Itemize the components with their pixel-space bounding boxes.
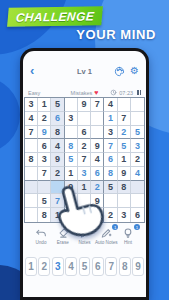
auto-notes-label: Auto Notes xyxy=(95,240,118,245)
sudoku-cell-r2c5[interactable] xyxy=(78,112,91,126)
timer-value: 07:23 xyxy=(119,90,133,96)
key-5[interactable]: 5 xyxy=(79,257,91,276)
sudoku-cell-r5c9[interactable]: 2 xyxy=(131,153,144,167)
phone-frame: ‹ Lv 1 ⚙ Easy Mistakes ♥ xyxy=(20,48,149,300)
game-header: ‹ Lv 1 ⚙ xyxy=(23,62,146,80)
hint-badge: 1 xyxy=(134,224,140,230)
sudoku-cell-r8c8[interactable] xyxy=(118,194,131,208)
sudoku-cell-r2c8[interactable]: 7 xyxy=(118,112,131,126)
sudoku-cell-r1c7[interactable]: 4 xyxy=(104,98,117,112)
sudoku-cell-r3c2[interactable]: 9 xyxy=(38,126,51,140)
sudoku-cell-r2c4[interactable]: 3 xyxy=(65,112,78,126)
sudoku-cell-r1c9[interactable] xyxy=(131,98,144,112)
theme-palette-icon[interactable] xyxy=(114,66,125,77)
mistakes-label: Mistakes xyxy=(71,90,93,96)
sudoku-cell-r5c4[interactable]: 5 xyxy=(65,153,78,167)
hint-button[interactable]: 1 Hint xyxy=(118,227,138,253)
sudoku-cell-r2c9[interactable] xyxy=(131,112,144,126)
settings-gear-icon[interactable]: ⚙ xyxy=(130,66,139,76)
undo-button[interactable]: Undo xyxy=(31,227,51,253)
sudoku-cell-r5c7[interactable]: 6 xyxy=(104,153,117,167)
your-mind-text: YOUR MIND xyxy=(76,27,156,42)
status-bar: Easy Mistakes ♥ 07:23 xyxy=(28,88,141,97)
sudoku-cell-r2c3[interactable]: 6 xyxy=(51,112,64,126)
sudoku-cell-r3c7[interactable]: 3 xyxy=(104,126,117,140)
sudoku-cell-r2c7[interactable]: 1 xyxy=(104,112,117,126)
undo-label: Undo xyxy=(36,240,47,245)
sudoku-cell-r4c9[interactable]: 3 xyxy=(131,139,144,153)
key-1[interactable]: 1 xyxy=(25,257,37,276)
undo-icon xyxy=(35,227,47,239)
sudoku-cell-r6c1[interactable] xyxy=(25,167,38,181)
sudoku-cell-r9c8[interactable]: 3 xyxy=(118,208,131,222)
sudoku-cell-r5c6[interactable]: 4 xyxy=(91,153,104,167)
key-6[interactable]: 6 xyxy=(92,257,104,276)
sudoku-cell-r6c8[interactable]: 9 xyxy=(118,167,131,181)
sudoku-cell-r2c2[interactable]: 2 xyxy=(38,112,51,126)
clock-icon xyxy=(110,89,117,96)
sudoku-cell-r1c2[interactable]: 1 xyxy=(38,98,51,112)
ad-screenshot: CHALLENGE YOUR MIND ‹ Lv 1 ⚙ Easy Mistak… xyxy=(0,0,169,300)
sudoku-cell-r3c8[interactable]: 2 xyxy=(118,126,131,140)
sudoku-cell-r4c1[interactable] xyxy=(25,139,38,153)
key-8[interactable]: 8 xyxy=(119,257,131,276)
sudoku-cell-r3c5[interactable]: 6 xyxy=(78,126,91,140)
challenge-banner: CHALLENGE xyxy=(7,6,103,27)
sudoku-cell-r1c6[interactable]: 7 xyxy=(91,98,104,112)
sudoku-cell-r7c9[interactable] xyxy=(131,181,144,195)
sudoku-cell-r3c4[interactable] xyxy=(65,126,78,140)
key-9[interactable]: 9 xyxy=(132,257,144,276)
sudoku-cell-r6c2[interactable]: 7 xyxy=(38,167,51,181)
sudoku-cell-r9c9[interactable]: 6 xyxy=(131,208,144,222)
sudoku-cell-r6c4[interactable]: 1 xyxy=(65,167,78,181)
sudoku-cell-r1c5[interactable]: 9 xyxy=(78,98,91,112)
sudoku-cell-r5c3[interactable]: 9 xyxy=(51,153,64,167)
sudoku-cell-r9c2[interactable]: 8 xyxy=(38,208,51,222)
key-3[interactable]: 3 xyxy=(52,257,64,276)
sudoku-cell-r3c1[interactable]: 7 xyxy=(25,126,38,140)
sudoku-cell-r4c2[interactable]: 6 xyxy=(38,139,51,153)
heart-icon: ♥ xyxy=(94,89,98,96)
sudoku-cell-r7c7[interactable]: 5 xyxy=(104,181,117,195)
sudoku-cell-r1c4[interactable] xyxy=(65,98,78,112)
sudoku-cell-r6c9[interactable]: 4 xyxy=(131,167,144,181)
key-2[interactable]: 2 xyxy=(38,257,50,276)
sudoku-cell-r1c8[interactable] xyxy=(118,98,131,112)
sudoku-cell-r3c6[interactable] xyxy=(91,126,104,140)
pause-button[interactable] xyxy=(137,90,141,95)
sudoku-cell-r4c3[interactable]: 4 xyxy=(51,139,64,153)
sudoku-cell-r4c8[interactable]: 5 xyxy=(118,139,131,153)
sudoku-cell-r1c3[interactable]: 5 xyxy=(51,98,64,112)
key-4[interactable]: 4 xyxy=(65,257,77,276)
hint-bulb-icon xyxy=(122,227,134,239)
sudoku-cell-r7c8[interactable]: 8 xyxy=(118,181,131,195)
sudoku-cell-r4c6[interactable]: 9 xyxy=(91,139,104,153)
sudoku-cell-r5c1[interactable]: 8 xyxy=(25,153,38,167)
sudoku-cell-r5c2[interactable]: 3 xyxy=(38,153,51,167)
sudoku-cell-r8c1[interactable] xyxy=(25,194,38,208)
number-pad: 1 2 3 4 5 6 7 8 9 xyxy=(25,257,144,276)
sudoku-cell-r4c5[interactable]: 2 xyxy=(78,139,91,153)
sudoku-cell-r2c1[interactable]: 4 xyxy=(25,112,38,126)
sudoku-cell-r8c9[interactable] xyxy=(131,194,144,208)
sudoku-cell-r3c9[interactable]: 5 xyxy=(131,126,144,140)
sudoku-cell-r4c7[interactable]: 7 xyxy=(104,139,117,153)
sudoku-cell-r2c6[interactable] xyxy=(91,112,104,126)
sudoku-cell-r1c1[interactable]: 3 xyxy=(25,98,38,112)
bg-circle-dark-left xyxy=(0,77,20,153)
sudoku-cell-r5c8[interactable]: 1 xyxy=(118,153,131,167)
phone-screen: ‹ Lv 1 ⚙ Easy Mistakes ♥ xyxy=(23,51,146,297)
sudoku-cell-r4c4[interactable]: 8 xyxy=(65,139,78,153)
sudoku-cell-r9c1[interactable] xyxy=(25,208,38,222)
hint-label: Hint xyxy=(124,240,132,245)
sudoku-cell-r6c7[interactable]: 8 xyxy=(104,167,117,181)
key-7[interactable]: 7 xyxy=(105,257,117,276)
sudoku-cell-r7c1[interactable] xyxy=(25,181,38,195)
challenge-text: CHALLENGE xyxy=(15,9,95,24)
sudoku-cell-r3c3[interactable]: 8 xyxy=(51,126,64,140)
sudoku-cell-r6c3[interactable]: 2 xyxy=(51,167,64,181)
sudoku-cell-r5c5[interactable]: 7 xyxy=(78,153,91,167)
notes-label: Notes xyxy=(78,240,90,245)
